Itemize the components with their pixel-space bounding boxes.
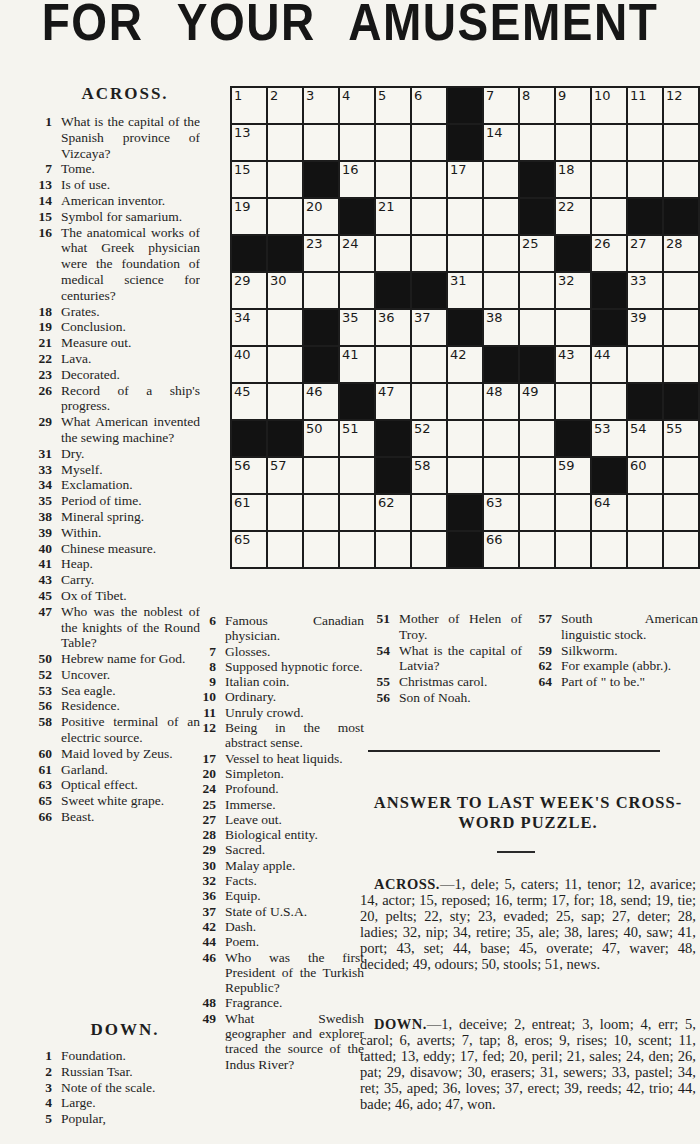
- cell-r9c1: 45: [232, 384, 266, 419]
- clue-number: 47: [22, 604, 61, 651]
- cell-r8c13: [664, 347, 698, 382]
- clue-text: Famous Canadian physician.: [225, 613, 364, 644]
- clue-number: 1: [22, 114, 61, 161]
- clue-number: 44: [186, 934, 225, 949]
- clue-number: 64: [522, 674, 561, 690]
- black-cell-r3c9: [520, 162, 554, 197]
- clue-number: 59: [522, 643, 561, 659]
- cell-r4c10: 22: [556, 199, 590, 234]
- answer-across-paragraph: ACROSS.—1, dele; 5, caters; 11, tenor; 1…: [360, 876, 696, 972]
- clue-number: 5: [22, 1111, 61, 1127]
- clue-text: Ordinary.: [225, 689, 364, 704]
- grid-number-44: 44: [594, 347, 611, 362]
- clue-number: 24: [186, 781, 225, 796]
- clue-item-9: 9Italian coin.: [186, 674, 364, 689]
- grid-number-61: 61: [234, 495, 251, 510]
- clue-number: 27: [186, 812, 225, 827]
- cell-r7c1: 34: [232, 310, 266, 345]
- clue-text: Large.: [61, 1095, 200, 1111]
- clue-text: Decorated.: [61, 367, 200, 383]
- clue-number: 22: [22, 351, 61, 367]
- clue-text: Carry.: [61, 572, 200, 588]
- grid-number-60: 60: [630, 458, 647, 473]
- cell-r8c1: 40: [232, 347, 266, 382]
- clue-text: What Swedish geographer and explorer tra…: [225, 1011, 364, 1072]
- cell-r11c1: 56: [232, 458, 266, 493]
- clue-number: 29: [186, 842, 225, 857]
- black-cell-r8c3: [304, 347, 338, 382]
- clue-text: Record of a ship's progress.: [61, 383, 200, 415]
- clue-text: Vessel to heat liquids.: [225, 751, 364, 766]
- clue-item-59: 59Silkworm.: [522, 643, 698, 659]
- black-cell-r9c12: [628, 384, 662, 419]
- crossword-grid: 1234567891011121314151617181920212223242…: [230, 86, 700, 569]
- cell-r9c11: [592, 384, 626, 419]
- grid-number-45: 45: [234, 384, 251, 399]
- clue-item-18: 18Grates.: [22, 304, 200, 320]
- clue-item-32: 32Facts.: [186, 873, 364, 888]
- black-cell-r7c3: [304, 310, 338, 345]
- cell-r3c1: 15: [232, 162, 266, 197]
- cell-r11c13: [664, 458, 698, 493]
- grid-number-6: 6: [414, 88, 422, 103]
- clue-number: 15: [22, 209, 61, 225]
- clue-number: 33: [22, 462, 61, 478]
- clue-text: Note of the scale.: [61, 1080, 200, 1096]
- clue-item-65: 65Sweet white grape.: [22, 793, 200, 809]
- clue-number: 66: [22, 809, 61, 825]
- cell-r9c7: [448, 384, 482, 419]
- clue-number: 31: [22, 446, 61, 462]
- grid-number-52: 52: [414, 421, 431, 436]
- clue-item-56: 56Son of Noah.: [360, 690, 522, 706]
- grid-number-59: 59: [558, 458, 575, 473]
- clue-item-63: 63Optical effect.: [22, 777, 200, 793]
- cell-r10c8: [484, 421, 518, 456]
- divider-rule: [368, 750, 660, 752]
- clue-item-60: 60Maid loved by Zeus.: [22, 746, 200, 762]
- clue-text: Being in the most abstract sense.: [225, 720, 364, 751]
- clue-item-1: 1Foundation.: [22, 1048, 200, 1064]
- cell-r7c5: 36: [376, 310, 410, 345]
- clue-text: Part of " to be.": [561, 674, 698, 690]
- page-title: FOR YOUR AMUSEMENT: [0, 0, 700, 52]
- cell-r13c12: [628, 532, 662, 567]
- cell-r11c7: [448, 458, 482, 493]
- clue-item-50: 50Hebrew name for God.: [22, 651, 200, 667]
- clue-number: 40: [22, 541, 61, 557]
- cell-r1c4: 4: [340, 88, 374, 123]
- grid-number-7: 7: [486, 88, 494, 103]
- cell-r8c11: 44: [592, 347, 626, 382]
- clue-item-26: 26Record of a ship's progress.: [22, 383, 200, 415]
- cell-r3c6: [412, 162, 446, 197]
- clue-text: Within.: [61, 525, 200, 541]
- clue-text: Fragrance.: [225, 995, 364, 1010]
- grid-number-13: 13: [234, 125, 251, 140]
- clue-text: Russian Tsar.: [61, 1064, 200, 1080]
- cell-r4c7: [448, 199, 482, 234]
- down-clue-list-col3: 51Mother of Helen of Troy.54What is the …: [360, 611, 522, 706]
- grid-number-15: 15: [234, 162, 251, 177]
- clue-number: 38: [22, 509, 61, 525]
- clue-item-7: 7Glosses.: [186, 644, 364, 659]
- cell-r9c3: 46: [304, 384, 338, 419]
- cell-r1c8: 7: [484, 88, 518, 123]
- black-cell-r2c7: [448, 125, 482, 160]
- grid-number-11: 11: [630, 88, 647, 103]
- clue-number: 43: [22, 572, 61, 588]
- clue-number: 65: [22, 793, 61, 809]
- cell-r1c12: 11: [628, 88, 662, 123]
- cell-r3c2: [268, 162, 302, 197]
- cell-r2c8: 14: [484, 125, 518, 160]
- clue-number: 13: [22, 177, 61, 193]
- clue-item-19: 19Conclusion.: [22, 319, 200, 335]
- cell-r8c10: 43: [556, 347, 590, 382]
- cell-r13c10: [556, 532, 590, 567]
- clue-item-16: 16The anatomical works of what Greek phy…: [22, 225, 200, 304]
- cell-r5c5: [376, 236, 410, 271]
- clue-text: State of U.S.A.: [225, 904, 364, 919]
- clue-text: Optical effect.: [61, 777, 200, 793]
- grid-number-57: 57: [270, 458, 287, 473]
- cell-r12c2: [268, 495, 302, 530]
- answer-header-line2: WORD PUZZLE.: [358, 813, 698, 833]
- cell-r4c3: 20: [304, 199, 338, 234]
- grid-number-26: 26: [594, 236, 611, 251]
- clue-item-4: 4Large.: [22, 1095, 200, 1111]
- clue-text: Lava.: [61, 351, 200, 367]
- clue-text: Maid loved by Zeus.: [61, 746, 200, 762]
- grid-number-5: 5: [378, 88, 386, 103]
- cell-r6c9: [520, 273, 554, 308]
- clue-item-49: 49What Swedish geographer and explorer t…: [186, 1011, 364, 1072]
- clue-item-66: 66Beast.: [22, 809, 200, 825]
- grid-number-63: 63: [486, 495, 503, 510]
- clue-number: 54: [360, 643, 399, 675]
- grid-number-65: 65: [234, 532, 251, 547]
- cell-r11c4: [340, 458, 374, 493]
- cell-r9c5: 47: [376, 384, 410, 419]
- clue-number: 58: [22, 714, 61, 746]
- cell-r6c13: [664, 273, 698, 308]
- clue-text: Measure out.: [61, 335, 200, 351]
- clue-item-29: 29What American invented the sewing mach…: [22, 414, 200, 446]
- cell-r13c1: 65: [232, 532, 266, 567]
- cell-r2c3: [304, 125, 338, 160]
- clue-number: 37: [186, 904, 225, 919]
- black-cell-r1c7: [448, 88, 482, 123]
- cell-r4c6: [412, 199, 446, 234]
- clue-number: 14: [22, 193, 61, 209]
- clue-item-29: 29Sacred.: [186, 842, 364, 857]
- cell-r10c6: 52: [412, 421, 446, 456]
- clue-number: 53: [22, 683, 61, 699]
- cell-r12c9: [520, 495, 554, 530]
- cell-r3c13: [664, 162, 698, 197]
- clue-text: Who was the noblest of the knights of th…: [61, 604, 200, 651]
- cell-r2c13: [664, 125, 698, 160]
- grid-number-8: 8: [522, 88, 530, 103]
- cell-r11c3: [304, 458, 338, 493]
- cell-r10c9: [520, 421, 554, 456]
- grid-number-19: 19: [234, 199, 251, 214]
- clue-number: 50: [22, 651, 61, 667]
- clue-text: For example (abbr.).: [561, 658, 698, 674]
- grid-number-47: 47: [378, 384, 395, 399]
- cell-r1c5: 5: [376, 88, 410, 123]
- clue-text: Foundation.: [61, 1048, 200, 1064]
- clue-text: What is the capital of the Spanish provi…: [61, 114, 200, 161]
- cell-r12c11: 64: [592, 495, 626, 530]
- clue-item-6: 6Famous Canadian physician.: [186, 613, 364, 644]
- clue-item-40: 40Chinese measure.: [22, 541, 200, 557]
- cell-r7c4: 35: [340, 310, 374, 345]
- grid-number-55: 55: [666, 421, 683, 436]
- cell-r2c1: 13: [232, 125, 266, 160]
- clue-item-7: 7Tome.: [22, 161, 200, 177]
- clue-text: Poem.: [225, 934, 364, 949]
- clue-item-1: 1What is the capital of the Spanish prov…: [22, 114, 200, 161]
- clue-number: 20: [186, 766, 225, 781]
- grid-number-66: 66: [486, 532, 503, 547]
- clue-text: Dash.: [225, 919, 364, 934]
- cell-r10c11: 53: [592, 421, 626, 456]
- cell-r6c7: 31: [448, 273, 482, 308]
- grid-number-28: 28: [666, 236, 683, 251]
- grid-number-12: 12: [666, 88, 683, 103]
- answer-divider: [497, 851, 535, 853]
- clue-text: Is of use.: [61, 177, 200, 193]
- clue-item-48: 48Fragrance.: [186, 995, 364, 1010]
- grid-number-31: 31: [450, 273, 467, 288]
- cell-r5c12: 27: [628, 236, 662, 271]
- clue-text: Christmas carol.: [399, 674, 522, 690]
- cell-r3c12: [628, 162, 662, 197]
- cell-r7c8: 38: [484, 310, 518, 345]
- cell-r12c8: 63: [484, 495, 518, 530]
- grid-number-35: 35: [342, 310, 359, 325]
- clue-item-45: 45Ox of Tibet.: [22, 588, 200, 604]
- answer-section-header: ANSWER TO LAST WEEK'S CROSS- WORD PUZZLE…: [358, 793, 698, 833]
- clue-item-36: 36Equip.: [186, 888, 364, 903]
- black-cell-r10c5: [376, 421, 410, 456]
- grid-number-2: 2: [270, 88, 278, 103]
- grid-number-1: 1: [234, 88, 242, 103]
- clue-number: 30: [186, 858, 225, 873]
- grid-number-64: 64: [594, 495, 611, 510]
- cell-r10c3: 50: [304, 421, 338, 456]
- clue-number: 9: [186, 674, 225, 689]
- clue-number: 35: [22, 493, 61, 509]
- clue-number: 56: [360, 690, 399, 706]
- clue-item-38: 38Mineral spring.: [22, 509, 200, 525]
- grid-number-33: 33: [630, 273, 647, 288]
- clue-item-35: 35Period of time.: [22, 493, 200, 509]
- clue-item-23: 23Decorated.: [22, 367, 200, 383]
- grid-number-9: 9: [558, 88, 566, 103]
- clue-text: Sea eagle.: [61, 683, 200, 699]
- cell-r7c12: 39: [628, 310, 662, 345]
- cell-r7c13: [664, 310, 698, 345]
- grid-number-41: 41: [342, 347, 359, 362]
- cell-r10c4: 51: [340, 421, 374, 456]
- clue-number: 10: [186, 689, 225, 704]
- cell-r13c13: [664, 532, 698, 567]
- clue-item-56: 56Residence.: [22, 698, 200, 714]
- clue-item-8: 8Supposed hypnotic force.: [186, 659, 364, 674]
- cell-r2c5: [376, 125, 410, 160]
- grid-number-54: 54: [630, 421, 647, 436]
- clue-text: Grates.: [61, 304, 200, 320]
- grid-number-3: 3: [306, 88, 314, 103]
- clue-text: Silkworm.: [561, 643, 698, 659]
- clue-number: 8: [186, 659, 225, 674]
- clue-text: Myself.: [61, 462, 200, 478]
- cell-r5c8: [484, 236, 518, 271]
- cell-r5c7: [448, 236, 482, 271]
- cell-r1c2: 2: [268, 88, 302, 123]
- cell-r1c3: 3: [304, 88, 338, 123]
- clue-text: Conclusion.: [61, 319, 200, 335]
- cell-r3c8: [484, 162, 518, 197]
- black-cell-r5c1: [232, 236, 266, 271]
- grid-number-32: 32: [558, 273, 575, 288]
- grid-number-49: 49: [522, 384, 539, 399]
- grid-number-38: 38: [486, 310, 503, 325]
- grid-number-21: 21: [378, 199, 395, 214]
- cell-r9c2: [268, 384, 302, 419]
- black-cell-r7c7: [448, 310, 482, 345]
- grid-number-50: 50: [306, 421, 323, 436]
- cell-r7c10: [556, 310, 590, 345]
- clue-number: 16: [22, 225, 61, 304]
- clue-number: 62: [522, 658, 561, 674]
- clue-item-11: 11Unruly crowd.: [186, 705, 364, 720]
- grid-number-37: 37: [414, 310, 431, 325]
- clue-text: Symbol for samarium.: [61, 209, 200, 225]
- clue-number: 21: [22, 335, 61, 351]
- clue-number: 23: [22, 367, 61, 383]
- black-cell-r4c13: [664, 199, 698, 234]
- clue-text: Beast.: [61, 809, 200, 825]
- cell-r8c4: 41: [340, 347, 374, 382]
- clue-item-2: 2Russian Tsar.: [22, 1064, 200, 1080]
- clue-item-58: 58Positive terminal of an electric sourc…: [22, 714, 200, 746]
- answer-down-label: DOWN.: [374, 1016, 427, 1032]
- clue-item-61: 61Garland.: [22, 762, 200, 778]
- clue-number: 7: [22, 161, 61, 177]
- cell-r7c9: [520, 310, 554, 345]
- clue-text: Biological entity.: [225, 827, 364, 842]
- clue-number: 25: [186, 797, 225, 812]
- black-cell-r8c8: [484, 347, 518, 382]
- black-cell-r6c11: [592, 273, 626, 308]
- cell-r9c8: 48: [484, 384, 518, 419]
- grid-number-46: 46: [306, 384, 323, 399]
- clue-text: Glosses.: [225, 644, 364, 659]
- cell-r5c9: 25: [520, 236, 554, 271]
- clue-text: Uncover.: [61, 667, 200, 683]
- clue-number: 12: [186, 720, 225, 751]
- grid-number-14: 14: [486, 125, 503, 140]
- clue-text: Profound.: [225, 781, 364, 796]
- grid-number-30: 30: [270, 273, 287, 288]
- black-cell-r4c9: [520, 199, 554, 234]
- black-cell-r4c4: [340, 199, 374, 234]
- cell-r6c8: [484, 273, 518, 308]
- black-cell-r10c2: [268, 421, 302, 456]
- clue-text: Tome.: [61, 161, 200, 177]
- grid-number-58: 58: [414, 458, 431, 473]
- cell-r13c5: [376, 532, 410, 567]
- clue-text: South American linguistic stock.: [561, 611, 698, 643]
- cell-r5c3: 23: [304, 236, 338, 271]
- clue-item-39: 39Within.: [22, 525, 200, 541]
- cell-r8c5: [376, 347, 410, 382]
- clue-item-44: 44Poem.: [186, 934, 364, 949]
- clue-item-64: 64Part of " to be.": [522, 674, 698, 690]
- clue-number: 39: [22, 525, 61, 541]
- clue-number: 28: [186, 827, 225, 842]
- cell-r10c7: [448, 421, 482, 456]
- clue-text: Positive terminal of an electric source.: [61, 714, 200, 746]
- cell-r13c9: [520, 532, 554, 567]
- clue-item-24: 24Profound.: [186, 781, 364, 796]
- grid-number-27: 27: [630, 236, 647, 251]
- clue-text: Hebrew name for God.: [61, 651, 200, 667]
- across-clue-list: 1What is the capital of the Spanish prov…: [22, 114, 200, 825]
- cell-r5c4: 24: [340, 236, 374, 271]
- cell-r2c11: [592, 125, 626, 160]
- clue-number: 46: [186, 950, 225, 996]
- cell-r12c5: 62: [376, 495, 410, 530]
- black-cell-r3c3: [304, 162, 338, 197]
- grid-number-53: 53: [594, 421, 611, 436]
- clue-text: Simpleton.: [225, 766, 364, 781]
- cell-r8c6: [412, 347, 446, 382]
- clue-number: 48: [186, 995, 225, 1010]
- cell-r6c3: [304, 273, 338, 308]
- clue-item-27: 27Leave out.: [186, 812, 364, 827]
- cell-r9c6: [412, 384, 446, 419]
- clue-item-3: 3Note of the scale.: [22, 1080, 200, 1096]
- cell-r3c4: 16: [340, 162, 374, 197]
- cell-r2c12: [628, 125, 662, 160]
- clue-text: Facts.: [225, 873, 364, 888]
- answer-down-paragraph: DOWN.—1, deceive; 2, entreat; 3, loom; 4…: [360, 1016, 696, 1112]
- clue-item-46: 46Who was the first President of the Tur…: [186, 950, 364, 996]
- cell-r3c11: [592, 162, 626, 197]
- clue-item-14: 14American inventor.: [22, 193, 200, 209]
- clue-item-52: 52Uncover.: [22, 667, 200, 683]
- clue-text: Garland.: [61, 762, 200, 778]
- black-cell-r6c6: [412, 273, 446, 308]
- cell-r1c11: 10: [592, 88, 626, 123]
- clue-text: Chinese measure.: [61, 541, 200, 557]
- cell-r4c11: [592, 199, 626, 234]
- clue-item-57: 57South American linguistic stock.: [522, 611, 698, 643]
- cell-r10c13: 55: [664, 421, 698, 456]
- grid-number-17: 17: [450, 162, 467, 177]
- cell-r5c13: 28: [664, 236, 698, 271]
- grid-number-43: 43: [558, 347, 575, 362]
- grid-number-24: 24: [342, 236, 359, 251]
- black-cell-r10c10: [556, 421, 590, 456]
- cell-r2c4: [340, 125, 374, 160]
- clue-number: 52: [22, 667, 61, 683]
